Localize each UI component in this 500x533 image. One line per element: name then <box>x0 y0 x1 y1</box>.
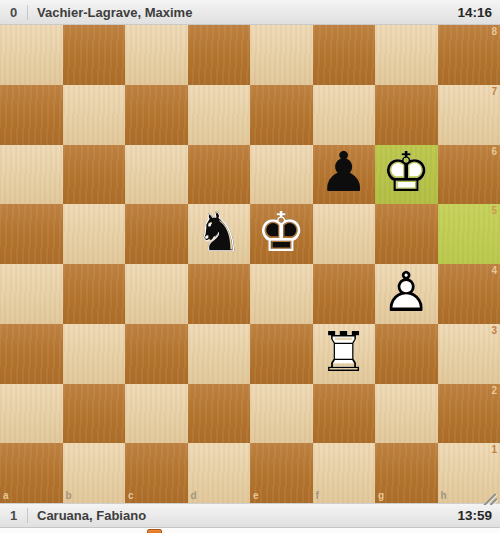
square-h2[interactable]: 2 <box>438 384 500 444</box>
square-e1[interactable]: e <box>250 443 313 503</box>
square-a6[interactable] <box>0 145 63 205</box>
square-g6[interactable]: ♚♔ <box>375 145 438 205</box>
file-label-d: d <box>191 491 197 501</box>
square-c8[interactable] <box>125 25 188 85</box>
square-b8[interactable] <box>63 25 126 85</box>
square-h7[interactable]: 7 <box>438 85 500 145</box>
square-h3[interactable]: 3 <box>438 324 500 384</box>
square-a3[interactable] <box>0 324 63 384</box>
square-b1[interactable]: b <box>63 443 126 503</box>
square-a2[interactable] <box>0 384 63 444</box>
square-c1[interactable]: c <box>125 443 188 503</box>
square-c7[interactable] <box>125 85 188 145</box>
square-g5[interactable] <box>375 204 438 264</box>
rank-label-5: 5 <box>491 206 497 216</box>
square-h5[interactable]: 5 <box>438 204 500 264</box>
square-b6[interactable] <box>63 145 126 205</box>
square-f4[interactable] <box>313 264 376 324</box>
square-h6[interactable]: 6 <box>438 145 500 205</box>
square-c3[interactable] <box>125 324 188 384</box>
rank-label-7: 7 <box>491 87 497 97</box>
square-e5[interactable]: ♚♔ <box>250 204 313 264</box>
square-e2[interactable] <box>250 384 313 444</box>
square-h4[interactable]: 4 <box>438 264 500 324</box>
square-f3[interactable]: ♜♖ <box>313 324 376 384</box>
square-g1[interactable]: g <box>375 443 438 503</box>
square-f8[interactable] <box>313 25 376 85</box>
file-label-f: f <box>316 491 319 501</box>
square-c2[interactable] <box>125 384 188 444</box>
top-player-name: Vachier-Lagrave, Maxime <box>28 5 457 20</box>
square-b2[interactable] <box>63 384 126 444</box>
rank-label-1: 1 <box>491 445 497 455</box>
square-c5[interactable] <box>125 204 188 264</box>
chess-board: 87♟♚♔6♞♘♚♔5♟♙4♜♖32abcdefg1h <box>0 25 500 503</box>
rank-label-6: 6 <box>491 147 497 157</box>
square-c4[interactable] <box>125 264 188 324</box>
piece-black-king[interactable]: ♚♔ <box>250 204 313 264</box>
square-e6[interactable] <box>250 145 313 205</box>
square-e8[interactable] <box>250 25 313 85</box>
top-player-score: 0 <box>0 5 28 20</box>
file-label-h: h <box>441 491 447 501</box>
piece-black-knight[interactable]: ♞♘ <box>188 204 251 264</box>
file-label-a: a <box>3 491 9 501</box>
square-g7[interactable] <box>375 85 438 145</box>
bottom-player-bar: 1 Caruana, Fabiano 13:59 <box>0 503 500 528</box>
rank-label-4: 4 <box>491 266 497 276</box>
square-f5[interactable] <box>313 204 376 264</box>
square-h8[interactable]: 8 <box>438 25 500 85</box>
square-d2[interactable] <box>188 384 251 444</box>
top-player-bar: 0 Vachier-Lagrave, Maxime 14:16 <box>0 0 500 25</box>
top-player-clock: 14:16 <box>457 5 500 20</box>
square-d4[interactable] <box>188 264 251 324</box>
bottom-player-score: 1 <box>0 508 28 523</box>
rank-label-8: 8 <box>491 27 497 37</box>
piece-white-rook[interactable]: ♜♖ <box>313 324 376 384</box>
square-a1[interactable]: a <box>0 443 63 503</box>
square-e4[interactable] <box>250 264 313 324</box>
square-b3[interactable] <box>63 324 126 384</box>
square-d8[interactable] <box>188 25 251 85</box>
resize-grip[interactable] <box>483 493 498 505</box>
square-f1[interactable]: f <box>313 443 376 503</box>
square-g3[interactable] <box>375 324 438 384</box>
square-e3[interactable] <box>250 324 313 384</box>
square-g2[interactable] <box>375 384 438 444</box>
file-label-c: c <box>128 491 134 501</box>
bottom-player-name: Caruana, Fabiano <box>28 508 457 523</box>
square-a5[interactable] <box>0 204 63 264</box>
chess-app-window: 0 Vachier-Lagrave, Maxime 14:16 87♟♚♔6♞♘… <box>0 0 500 533</box>
square-a4[interactable] <box>0 264 63 324</box>
rank-label-2: 2 <box>491 386 497 396</box>
bottom-player-clock: 13:59 <box>457 508 500 523</box>
orange-indicator-icon[interactable] <box>147 529 162 533</box>
piece-black-pawn[interactable]: ♟ <box>313 145 376 205</box>
square-f7[interactable] <box>313 85 376 145</box>
square-g8[interactable] <box>375 25 438 85</box>
square-d3[interactable] <box>188 324 251 384</box>
square-d5[interactable]: ♞♘ <box>188 204 251 264</box>
piece-white-pawn[interactable]: ♟♙ <box>375 264 438 324</box>
square-g4[interactable]: ♟♙ <box>375 264 438 324</box>
square-b7[interactable] <box>63 85 126 145</box>
square-b5[interactable] <box>63 204 126 264</box>
piece-white-king[interactable]: ♚♔ <box>375 145 438 205</box>
file-label-g: g <box>378 491 384 501</box>
square-b4[interactable] <box>63 264 126 324</box>
square-d7[interactable] <box>188 85 251 145</box>
square-c6[interactable] <box>125 145 188 205</box>
square-d1[interactable]: d <box>188 443 251 503</box>
square-d6[interactable] <box>188 145 251 205</box>
square-a7[interactable] <box>0 85 63 145</box>
square-f6[interactable]: ♟ <box>313 145 376 205</box>
square-e7[interactable] <box>250 85 313 145</box>
square-a8[interactable] <box>0 25 63 85</box>
rank-label-3: 3 <box>491 326 497 336</box>
square-f2[interactable] <box>313 384 376 444</box>
file-label-b: b <box>66 491 72 501</box>
file-label-e: e <box>253 491 259 501</box>
bottom-strip <box>0 528 500 532</box>
